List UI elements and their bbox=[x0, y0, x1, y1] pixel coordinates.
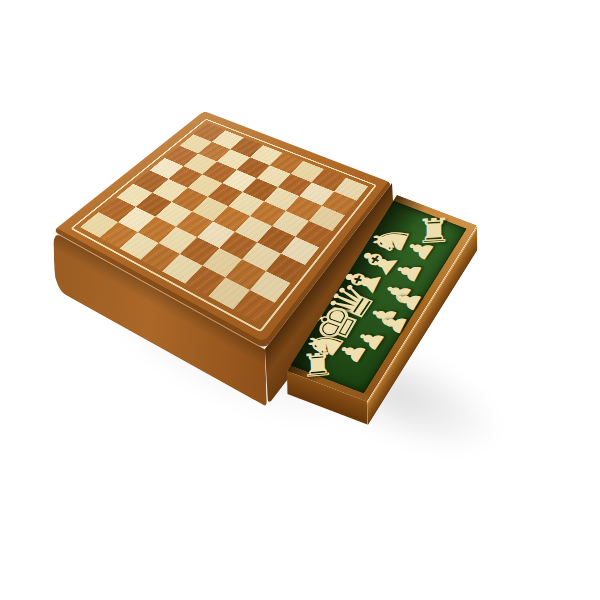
chess-box-product-photo: ♜♞♟♝♟♝♟♟♛♟♟♚♟♞♟♜ bbox=[0, 0, 600, 600]
piece-white-rook: ♜ bbox=[300, 348, 336, 382]
